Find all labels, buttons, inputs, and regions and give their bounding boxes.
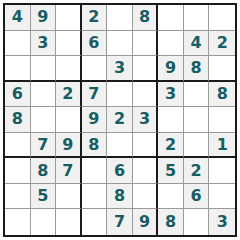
cell-r7c1[interactable]: [5, 158, 31, 184]
cell-r8c5: 8: [107, 184, 133, 210]
cell-r6c7: 2: [158, 133, 184, 159]
cell-r7c4[interactable]: [82, 158, 108, 184]
cell-r3c7: 9: [158, 56, 184, 82]
cell-r5c7[interactable]: [158, 107, 184, 133]
cell-r4c4: 7: [82, 82, 108, 108]
cell-r5c2[interactable]: [31, 107, 57, 133]
cell-r6c8[interactable]: [184, 133, 210, 159]
cell-r9c7: 8: [158, 209, 184, 235]
cell-r1c6: 8: [133, 5, 159, 31]
cell-r8c6[interactable]: [133, 184, 159, 210]
cell-r1c3[interactable]: [56, 5, 82, 31]
cell-r7c8: 2: [184, 158, 210, 184]
cell-r5c4: 9: [82, 107, 108, 133]
cell-r2c8: 4: [184, 31, 210, 57]
cell-r4c2[interactable]: [31, 82, 57, 108]
cell-r9c5: 7: [107, 209, 133, 235]
cell-r7c9[interactable]: [209, 158, 235, 184]
cell-r4c6[interactable]: [133, 82, 159, 108]
cell-r9c2[interactable]: [31, 209, 57, 235]
cell-r6c3: 9: [56, 133, 82, 159]
cell-r7c2: 8: [31, 158, 57, 184]
cell-r1c2: 9: [31, 5, 57, 31]
cell-r1c5[interactable]: [107, 5, 133, 31]
cell-r1c8[interactable]: [184, 5, 210, 31]
cell-r1c4: 2: [82, 5, 108, 31]
cell-r9c8[interactable]: [184, 209, 210, 235]
cell-r3c9[interactable]: [209, 56, 235, 82]
cell-r8c2: 5: [31, 184, 57, 210]
cell-r9c6: 9: [133, 209, 159, 235]
cell-r2c9: 2: [209, 31, 235, 57]
cell-r7c5: 6: [107, 158, 133, 184]
cell-r7c3: 7: [56, 158, 82, 184]
cell-r3c6[interactable]: [133, 56, 159, 82]
cell-r3c3[interactable]: [56, 56, 82, 82]
cell-r5c9[interactable]: [209, 107, 235, 133]
cell-r5c3[interactable]: [56, 107, 82, 133]
cell-r6c1[interactable]: [5, 133, 31, 159]
cell-r8c8: 6: [184, 184, 210, 210]
sudoku-board: 4928364239862738892379821876525867983: [3, 3, 237, 237]
cell-r8c3[interactable]: [56, 184, 82, 210]
cell-r4c5[interactable]: [107, 82, 133, 108]
cell-r6c9: 1: [209, 133, 235, 159]
cell-r6c2: 7: [31, 133, 57, 159]
cell-r9c3[interactable]: [56, 209, 82, 235]
cell-r1c1: 4: [5, 5, 31, 31]
cell-r8c1[interactable]: [5, 184, 31, 210]
cell-r4c3: 2: [56, 82, 82, 108]
cell-r6c5[interactable]: [107, 133, 133, 159]
cell-r1c7[interactable]: [158, 5, 184, 31]
cell-r5c6: 3: [133, 107, 159, 133]
cell-r4c1: 6: [5, 82, 31, 108]
cell-r8c4[interactable]: [82, 184, 108, 210]
cell-r8c7[interactable]: [158, 184, 184, 210]
cell-r2c4: 6: [82, 31, 108, 57]
cell-r9c9: 3: [209, 209, 235, 235]
cell-r3c5: 3: [107, 56, 133, 82]
cell-r2c6[interactable]: [133, 31, 159, 57]
cell-r2c7[interactable]: [158, 31, 184, 57]
cell-r4c8[interactable]: [184, 82, 210, 108]
cell-r2c1[interactable]: [5, 31, 31, 57]
cell-r5c8[interactable]: [184, 107, 210, 133]
cell-r3c1[interactable]: [5, 56, 31, 82]
cell-r2c3[interactable]: [56, 31, 82, 57]
cell-r2c5[interactable]: [107, 31, 133, 57]
cell-r4c7: 3: [158, 82, 184, 108]
cell-r9c4[interactable]: [82, 209, 108, 235]
cell-r4c9: 8: [209, 82, 235, 108]
cell-r3c2[interactable]: [31, 56, 57, 82]
cell-r3c8: 8: [184, 56, 210, 82]
cell-r6c4: 8: [82, 133, 108, 159]
cell-r5c1: 8: [5, 107, 31, 133]
cell-r7c7: 5: [158, 158, 184, 184]
cell-r8c9[interactable]: [209, 184, 235, 210]
cell-r3c4[interactable]: [82, 56, 108, 82]
cell-r9c1[interactable]: [5, 209, 31, 235]
cell-r6c6[interactable]: [133, 133, 159, 159]
cell-r2c2: 3: [31, 31, 57, 57]
cell-r7c6[interactable]: [133, 158, 159, 184]
cell-r5c5: 2: [107, 107, 133, 133]
cell-r1c9[interactable]: [209, 5, 235, 31]
